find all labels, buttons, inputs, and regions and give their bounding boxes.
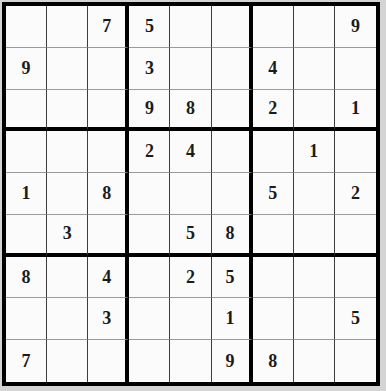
cell-r7c8[interactable] <box>294 257 335 299</box>
cell-r8c4[interactable] <box>129 298 170 340</box>
cell-r8c9[interactable]: 5 <box>335 298 376 340</box>
cell-r5c7[interactable]: 5 <box>253 173 294 215</box>
cell-r1c5[interactable] <box>170 6 211 48</box>
cell-r9c7[interactable]: 8 <box>253 340 294 382</box>
cell-r4c3[interactable] <box>88 131 129 173</box>
cell-r5c6[interactable] <box>212 173 253 215</box>
cell-r6c6[interactable]: 8 <box>212 215 253 257</box>
cell-r7c4[interactable] <box>129 257 170 299</box>
cell-r2c5[interactable] <box>170 48 211 90</box>
cell-r9c5[interactable] <box>170 340 211 382</box>
cell-r6c1[interactable] <box>6 215 47 257</box>
cell-r8c1[interactable] <box>6 298 47 340</box>
cell-r2c6[interactable] <box>212 48 253 90</box>
cell-r3c4[interactable]: 9 <box>129 90 170 132</box>
cell-r9c9[interactable] <box>335 340 376 382</box>
cell-r4c6[interactable] <box>212 131 253 173</box>
cell-r8c6[interactable]: 1 <box>212 298 253 340</box>
cell-r5c1[interactable]: 1 <box>6 173 47 215</box>
cell-r5c5[interactable] <box>170 173 211 215</box>
cell-r1c2[interactable] <box>47 6 88 48</box>
cell-r5c4[interactable] <box>129 173 170 215</box>
cell-r8c5[interactable] <box>170 298 211 340</box>
cell-r2c2[interactable] <box>47 48 88 90</box>
cell-r5c8[interactable] <box>294 173 335 215</box>
cell-r7c3[interactable]: 4 <box>88 257 129 299</box>
cell-r3c8[interactable] <box>294 90 335 132</box>
cell-r3c3[interactable] <box>88 90 129 132</box>
cell-r4c1[interactable] <box>6 131 47 173</box>
cell-r7c6[interactable]: 5 <box>212 257 253 299</box>
cell-r8c8[interactable] <box>294 298 335 340</box>
cell-r5c3[interactable]: 8 <box>88 173 129 215</box>
cell-r9c4[interactable] <box>129 340 170 382</box>
cell-r8c3[interactable]: 3 <box>88 298 129 340</box>
page-background: 759934982124118523588425315798 <box>0 0 386 391</box>
cell-r6c5[interactable]: 5 <box>170 215 211 257</box>
cell-r8c7[interactable] <box>253 298 294 340</box>
cell-r2c1[interactable]: 9 <box>6 48 47 90</box>
cell-r9c2[interactable] <box>47 340 88 382</box>
cell-r4c2[interactable] <box>47 131 88 173</box>
cell-r3c1[interactable] <box>6 90 47 132</box>
cell-r9c3[interactable] <box>88 340 129 382</box>
cell-r3c5[interactable]: 8 <box>170 90 211 132</box>
cell-r5c9[interactable]: 2 <box>335 173 376 215</box>
cell-r1c9[interactable]: 9 <box>335 6 376 48</box>
cell-r7c2[interactable] <box>47 257 88 299</box>
cell-r1c6[interactable] <box>212 6 253 48</box>
cell-r3c9[interactable]: 1 <box>335 90 376 132</box>
cell-r6c8[interactable] <box>294 215 335 257</box>
cell-r8c2[interactable] <box>47 298 88 340</box>
cell-r2c8[interactable] <box>294 48 335 90</box>
cell-r7c1[interactable]: 8 <box>6 257 47 299</box>
cell-r4c4[interactable]: 2 <box>129 131 170 173</box>
cell-r4c5[interactable]: 4 <box>170 131 211 173</box>
cell-r6c2[interactable]: 3 <box>47 215 88 257</box>
cell-r2c9[interactable] <box>335 48 376 90</box>
cell-r6c9[interactable] <box>335 215 376 257</box>
cell-r1c3[interactable]: 7 <box>88 6 129 48</box>
cell-r9c8[interactable] <box>294 340 335 382</box>
cell-r4c7[interactable] <box>253 131 294 173</box>
cell-r5c2[interactable] <box>47 173 88 215</box>
cell-r9c1[interactable]: 7 <box>6 340 47 382</box>
cell-r2c7[interactable]: 4 <box>253 48 294 90</box>
cell-r1c1[interactable] <box>6 6 47 48</box>
cell-r1c7[interactable] <box>253 6 294 48</box>
cell-r1c8[interactable] <box>294 6 335 48</box>
cell-r3c6[interactable] <box>212 90 253 132</box>
cell-r2c3[interactable] <box>88 48 129 90</box>
sudoku-board: 759934982124118523588425315798 <box>2 2 380 386</box>
cell-r2c4[interactable]: 3 <box>129 48 170 90</box>
cell-r3c7[interactable]: 2 <box>253 90 294 132</box>
cell-r6c4[interactable] <box>129 215 170 257</box>
cell-r6c7[interactable] <box>253 215 294 257</box>
cell-r4c8[interactable]: 1 <box>294 131 335 173</box>
cell-r6c3[interactable] <box>88 215 129 257</box>
cell-r7c5[interactable]: 2 <box>170 257 211 299</box>
cell-r1c4[interactable]: 5 <box>129 6 170 48</box>
cell-r7c7[interactable] <box>253 257 294 299</box>
cell-r7c9[interactable] <box>335 257 376 299</box>
cell-r4c9[interactable] <box>335 131 376 173</box>
cell-r3c2[interactable] <box>47 90 88 132</box>
cell-r9c6[interactable]: 9 <box>212 340 253 382</box>
